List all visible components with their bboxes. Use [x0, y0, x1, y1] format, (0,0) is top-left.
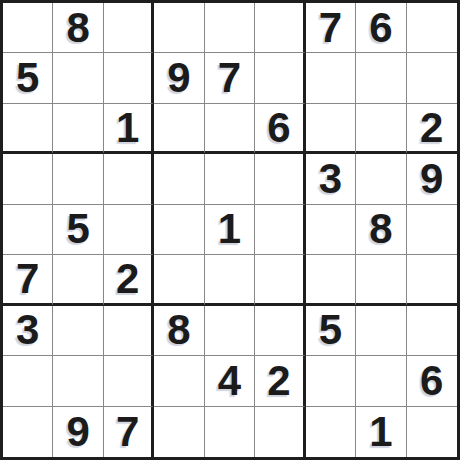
cell-r7c8[interactable] — [356, 306, 406, 356]
cell-r6c9[interactable] — [407, 255, 457, 305]
cell-r5c8: 8 — [356, 205, 406, 255]
cell-r1c1[interactable] — [3, 3, 53, 53]
cell-r5c1[interactable] — [3, 205, 53, 255]
cell-r7c7: 5 — [306, 306, 356, 356]
cell-r4c5[interactable] — [205, 154, 255, 204]
cell-r4c6[interactable] — [255, 154, 305, 204]
cell-r8c3[interactable] — [104, 356, 154, 406]
cell-r3c3: 1 — [104, 104, 154, 154]
cell-r2c6[interactable] — [255, 53, 305, 103]
cell-r1c8: 6 — [356, 3, 406, 53]
cell-r8c5: 4 — [205, 356, 255, 406]
cell-r3c1[interactable] — [3, 104, 53, 154]
cell-r9c8: 1 — [356, 407, 406, 457]
cell-r2c5: 7 — [205, 53, 255, 103]
cell-r6c1: 7 — [3, 255, 53, 305]
cell-r4c7: 3 — [306, 154, 356, 204]
cell-r4c9: 9 — [407, 154, 457, 204]
cell-r8c9: 6 — [407, 356, 457, 406]
cell-r2c3[interactable] — [104, 53, 154, 103]
cell-r8c7[interactable] — [306, 356, 356, 406]
cell-r2c2[interactable] — [53, 53, 103, 103]
cell-r2c9[interactable] — [407, 53, 457, 103]
cell-r8c4[interactable] — [154, 356, 204, 406]
cell-r4c2[interactable] — [53, 154, 103, 204]
cell-r2c1: 5 — [3, 53, 53, 103]
cell-r1c5[interactable] — [205, 3, 255, 53]
cell-r1c6[interactable] — [255, 3, 305, 53]
cell-r9c9[interactable] — [407, 407, 457, 457]
cell-r4c1[interactable] — [3, 154, 53, 204]
cell-r9c3: 7 — [104, 407, 154, 457]
cell-r7c2[interactable] — [53, 306, 103, 356]
cell-r9c4[interactable] — [154, 407, 204, 457]
cell-r9c5[interactable] — [205, 407, 255, 457]
cell-r6c8[interactable] — [356, 255, 406, 305]
cell-r8c8[interactable] — [356, 356, 406, 406]
cell-r5c3[interactable] — [104, 205, 154, 255]
cell-r3c6: 6 — [255, 104, 305, 154]
cell-r3c4[interactable] — [154, 104, 204, 154]
cell-r1c7: 7 — [306, 3, 356, 53]
cell-r5c2: 5 — [53, 205, 103, 255]
cell-r1c4[interactable] — [154, 3, 204, 53]
cell-r5c4[interactable] — [154, 205, 204, 255]
cell-r2c8[interactable] — [356, 53, 406, 103]
cell-r3c2[interactable] — [53, 104, 103, 154]
cell-r1c3[interactable] — [104, 3, 154, 53]
cell-r8c2[interactable] — [53, 356, 103, 406]
cell-r3c5[interactable] — [205, 104, 255, 154]
cell-r7c9[interactable] — [407, 306, 457, 356]
cell-r5c7[interactable] — [306, 205, 356, 255]
cell-r5c5: 1 — [205, 205, 255, 255]
cell-r7c6[interactable] — [255, 306, 305, 356]
cell-r5c6[interactable] — [255, 205, 305, 255]
cell-r1c2: 8 — [53, 3, 103, 53]
cell-r7c5[interactable] — [205, 306, 255, 356]
cell-r6c5[interactable] — [205, 255, 255, 305]
cell-r7c1: 3 — [3, 306, 53, 356]
cell-r4c8[interactable] — [356, 154, 406, 204]
cell-r6c3: 2 — [104, 255, 154, 305]
cell-r8c6: 2 — [255, 356, 305, 406]
cell-r3c7[interactable] — [306, 104, 356, 154]
cell-r4c4[interactable] — [154, 154, 204, 204]
cell-r5c9[interactable] — [407, 205, 457, 255]
cell-r6c2[interactable] — [53, 255, 103, 305]
cell-r9c7[interactable] — [306, 407, 356, 457]
cell-r3c8[interactable] — [356, 104, 406, 154]
cell-r3c9: 2 — [407, 104, 457, 154]
cell-r2c4: 9 — [154, 53, 204, 103]
cell-r6c6[interactable] — [255, 255, 305, 305]
cell-r6c7[interactable] — [306, 255, 356, 305]
cell-r8c1[interactable] — [3, 356, 53, 406]
sudoku-board: 8765971623951872385426971 — [0, 0, 460, 460]
cell-r1c9[interactable] — [407, 3, 457, 53]
cell-r7c3[interactable] — [104, 306, 154, 356]
cell-r7c4: 8 — [154, 306, 204, 356]
cell-r9c2: 9 — [53, 407, 103, 457]
cell-r9c6[interactable] — [255, 407, 305, 457]
cell-r9c1[interactable] — [3, 407, 53, 457]
cell-r6c4[interactable] — [154, 255, 204, 305]
cell-r4c3[interactable] — [104, 154, 154, 204]
cell-r2c7[interactable] — [306, 53, 356, 103]
